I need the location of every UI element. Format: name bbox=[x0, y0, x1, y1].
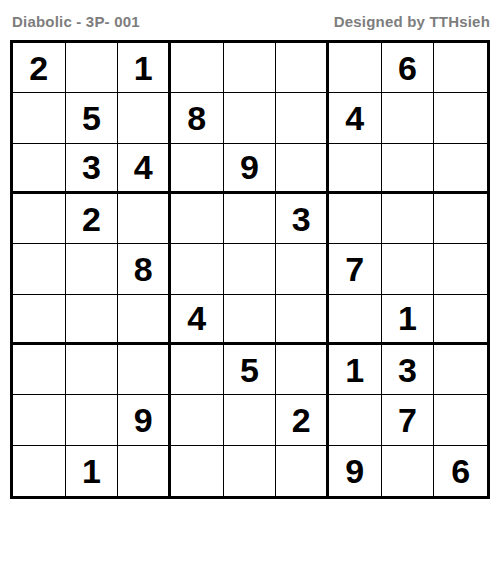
sudoku-cell-r7c5[interactable]: 5 bbox=[224, 345, 277, 395]
sudoku-cell-r7c2[interactable] bbox=[66, 345, 119, 395]
sudoku-cell-r7c1[interactable] bbox=[13, 345, 66, 395]
sudoku-cell-r8c9[interactable] bbox=[434, 395, 487, 445]
sudoku-cell-r3c2[interactable]: 3 bbox=[66, 144, 119, 194]
sudoku-cell-r5c9[interactable] bbox=[434, 244, 487, 294]
sudoku-cell-r2c8[interactable] bbox=[382, 93, 435, 143]
sudoku-cell-r4c7[interactable] bbox=[329, 194, 382, 244]
sudoku-cell-r5c3[interactable]: 8 bbox=[118, 244, 171, 294]
sudoku-cell-r4c6[interactable]: 3 bbox=[276, 194, 329, 244]
sudoku-cell-r7c6[interactable] bbox=[276, 345, 329, 395]
sudoku-cell-r5c4[interactable] bbox=[171, 244, 224, 294]
designer-credit: Designed by TTHsieh bbox=[334, 13, 490, 30]
sudoku-cell-r4c5[interactable] bbox=[224, 194, 277, 244]
sudoku-cell-r4c2[interactable]: 2 bbox=[66, 194, 119, 244]
sudoku-cell-r4c4[interactable] bbox=[171, 194, 224, 244]
sudoku-cell-r1c9[interactable] bbox=[434, 43, 487, 93]
sudoku-cell-r5c6[interactable] bbox=[276, 244, 329, 294]
sudoku-cell-r1c5[interactable] bbox=[224, 43, 277, 93]
sudoku-cell-r8c5[interactable] bbox=[224, 395, 277, 445]
sudoku-cell-r1c7[interactable] bbox=[329, 43, 382, 93]
sudoku-cell-r8c1[interactable] bbox=[13, 395, 66, 445]
sudoku-cell-r8c6[interactable]: 2 bbox=[276, 395, 329, 445]
sudoku-cell-r9c1[interactable] bbox=[13, 446, 66, 496]
sudoku-cell-r3c9[interactable] bbox=[434, 144, 487, 194]
sudoku-cell-r6c5[interactable] bbox=[224, 295, 277, 345]
sudoku-cell-r8c4[interactable] bbox=[171, 395, 224, 445]
sudoku-cell-r6c9[interactable] bbox=[434, 295, 487, 345]
sudoku-cell-r4c8[interactable] bbox=[382, 194, 435, 244]
sudoku-cell-r2c7[interactable]: 4 bbox=[329, 93, 382, 143]
sudoku-cell-r9c7[interactable]: 9 bbox=[329, 446, 382, 496]
sudoku-cell-r9c8[interactable] bbox=[382, 446, 435, 496]
sudoku-cell-r7c7[interactable]: 1 bbox=[329, 345, 382, 395]
sudoku-cell-r2c1[interactable] bbox=[13, 93, 66, 143]
sudoku-cell-r3c5[interactable]: 9 bbox=[224, 144, 277, 194]
sudoku-cell-r8c7[interactable] bbox=[329, 395, 382, 445]
sudoku-cell-r1c6[interactable] bbox=[276, 43, 329, 93]
sudoku-cell-r2c4[interactable]: 8 bbox=[171, 93, 224, 143]
sudoku-cell-r6c8[interactable]: 1 bbox=[382, 295, 435, 345]
sudoku-cell-r1c4[interactable] bbox=[171, 43, 224, 93]
sudoku-cell-r6c7[interactable] bbox=[329, 295, 382, 345]
sudoku-board: 216584349238741513927196 bbox=[10, 40, 490, 499]
sudoku-cell-r3c3[interactable]: 4 bbox=[118, 144, 171, 194]
sudoku-cell-r5c5[interactable] bbox=[224, 244, 277, 294]
sudoku-cell-r9c4[interactable] bbox=[171, 446, 224, 496]
sudoku-cell-r4c9[interactable] bbox=[434, 194, 487, 244]
sudoku-cell-r7c3[interactable] bbox=[118, 345, 171, 395]
sudoku-cell-r3c7[interactable] bbox=[329, 144, 382, 194]
sudoku-cell-r9c9[interactable]: 6 bbox=[434, 446, 487, 496]
sudoku-cell-r4c1[interactable] bbox=[13, 194, 66, 244]
sudoku-cell-r5c7[interactable]: 7 bbox=[329, 244, 382, 294]
sudoku-cell-r3c1[interactable] bbox=[13, 144, 66, 194]
sudoku-cell-r9c3[interactable] bbox=[118, 446, 171, 496]
sudoku-cell-r2c3[interactable] bbox=[118, 93, 171, 143]
sudoku-cell-r7c9[interactable] bbox=[434, 345, 487, 395]
header: Diabolic - 3P- 001 Designed by TTHsieh bbox=[0, 0, 502, 30]
sudoku-cell-r1c2[interactable] bbox=[66, 43, 119, 93]
sudoku-cell-r2c5[interactable] bbox=[224, 93, 277, 143]
sudoku-cell-r8c2[interactable] bbox=[66, 395, 119, 445]
sudoku-page: Diabolic - 3P- 001 Designed by TTHsieh 2… bbox=[0, 0, 502, 571]
sudoku-cell-r1c1[interactable]: 2 bbox=[13, 43, 66, 93]
sudoku-cell-r6c2[interactable] bbox=[66, 295, 119, 345]
sudoku-cell-r2c9[interactable] bbox=[434, 93, 487, 143]
sudoku-cell-r4c3[interactable] bbox=[118, 194, 171, 244]
sudoku-cell-r6c4[interactable]: 4 bbox=[171, 295, 224, 345]
sudoku-cell-r5c2[interactable] bbox=[66, 244, 119, 294]
sudoku-cell-r6c6[interactable] bbox=[276, 295, 329, 345]
sudoku-cell-r1c3[interactable]: 1 bbox=[118, 43, 171, 93]
sudoku-cell-r3c6[interactable] bbox=[276, 144, 329, 194]
sudoku-cell-r9c5[interactable] bbox=[224, 446, 277, 496]
sudoku-cell-r2c6[interactable] bbox=[276, 93, 329, 143]
sudoku-cell-r9c2[interactable]: 1 bbox=[66, 446, 119, 496]
sudoku-cell-r7c8[interactable]: 3 bbox=[382, 345, 435, 395]
sudoku-cell-r8c8[interactable]: 7 bbox=[382, 395, 435, 445]
sudoku-cell-r9c6[interactable] bbox=[276, 446, 329, 496]
sudoku-cell-r8c3[interactable]: 9 bbox=[118, 395, 171, 445]
sudoku-cell-r7c4[interactable] bbox=[171, 345, 224, 395]
sudoku-cell-r6c3[interactable] bbox=[118, 295, 171, 345]
sudoku-cell-r3c4[interactable] bbox=[171, 144, 224, 194]
sudoku-cell-r5c1[interactable] bbox=[13, 244, 66, 294]
sudoku-cell-r3c8[interactable] bbox=[382, 144, 435, 194]
sudoku-cell-r6c1[interactable] bbox=[13, 295, 66, 345]
sudoku-cell-r5c8[interactable] bbox=[382, 244, 435, 294]
sudoku-cell-r1c8[interactable]: 6 bbox=[382, 43, 435, 93]
sudoku-cell-r2c2[interactable]: 5 bbox=[66, 93, 119, 143]
puzzle-title: Diabolic - 3P- 001 bbox=[12, 13, 140, 30]
